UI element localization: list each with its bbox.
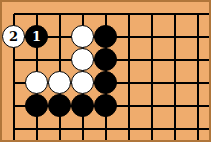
intersection-E19[interactable] — [94, 2, 117, 25]
intersection-J15[interactable] — [186, 94, 209, 117]
intersection-A17[interactable] — [2, 48, 25, 71]
intersection-H16[interactable] — [163, 71, 186, 94]
intersection-C18[interactable] — [48, 25, 71, 48]
white-stone: 2 — [2, 25, 25, 48]
intersection-F14[interactable] — [117, 117, 140, 140]
intersection-D16 — [71, 71, 94, 94]
intersection-F19[interactable] — [117, 2, 140, 25]
black-stone — [71, 94, 94, 117]
intersection-C16 — [48, 71, 71, 94]
intersection-H14[interactable] — [163, 117, 186, 140]
black-stone: 1 — [25, 25, 48, 48]
intersection-E17 — [94, 48, 117, 71]
white-stone — [71, 48, 94, 71]
intersection-B19[interactable] — [25, 2, 48, 25]
black-stone — [25, 94, 48, 117]
intersection-G18[interactable] — [140, 25, 163, 48]
white-stone — [71, 25, 94, 48]
intersection-F16[interactable] — [117, 71, 140, 94]
intersection-F17[interactable] — [117, 48, 140, 71]
intersection-J18[interactable] — [186, 25, 209, 48]
intersection-H15[interactable] — [163, 94, 186, 117]
intersection-B18: 1 — [25, 25, 48, 48]
intersection-D18 — [71, 25, 94, 48]
intersection-A14[interactable] — [2, 117, 25, 140]
intersection-A15[interactable] — [2, 94, 25, 117]
intersection-B15 — [25, 94, 48, 117]
intersection-B14[interactable] — [25, 117, 48, 140]
intersection-C15 — [48, 94, 71, 117]
intersection-J17[interactable] — [186, 48, 209, 71]
black-stone — [94, 71, 117, 94]
intersection-J16[interactable] — [186, 71, 209, 94]
intersection-H18[interactable] — [163, 25, 186, 48]
intersection-E16 — [94, 71, 117, 94]
move-number-label: 2 — [9, 30, 18, 43]
intersection-G14[interactable] — [140, 117, 163, 140]
intersection-G17[interactable] — [140, 48, 163, 71]
intersection-B17[interactable] — [25, 48, 48, 71]
intersection-D17 — [71, 48, 94, 71]
white-stone — [71, 71, 94, 94]
black-stone — [94, 48, 117, 71]
go-board-grid: 21 — [2, 2, 209, 140]
intersection-D19[interactable] — [71, 2, 94, 25]
white-stone — [25, 71, 48, 94]
intersection-F15[interactable] — [117, 94, 140, 117]
intersection-J19[interactable] — [186, 2, 209, 25]
white-stone — [48, 71, 71, 94]
intersection-J14[interactable] — [186, 117, 209, 140]
intersection-E18 — [94, 25, 117, 48]
intersection-G15[interactable] — [140, 94, 163, 117]
black-stone — [94, 25, 117, 48]
intersection-C19[interactable] — [48, 2, 71, 25]
intersection-E14[interactable] — [94, 117, 117, 140]
intersection-D15 — [71, 94, 94, 117]
intersection-E15 — [94, 94, 117, 117]
intersection-D14[interactable] — [71, 117, 94, 140]
black-stone — [48, 94, 71, 117]
intersection-A18: 2 — [2, 25, 25, 48]
intersection-B16 — [25, 71, 48, 94]
intersection-G19[interactable] — [140, 2, 163, 25]
black-stone — [94, 94, 117, 117]
go-board: 21 — [0, 0, 211, 142]
intersection-G16[interactable] — [140, 71, 163, 94]
move-number-label: 1 — [32, 30, 41, 43]
intersection-A16[interactable] — [2, 71, 25, 94]
intersection-C14[interactable] — [48, 117, 71, 140]
intersection-H19[interactable] — [163, 2, 186, 25]
intersection-A19[interactable] — [2, 2, 25, 25]
intersection-F18[interactable] — [117, 25, 140, 48]
intersection-H17[interactable] — [163, 48, 186, 71]
intersection-C17[interactable] — [48, 48, 71, 71]
